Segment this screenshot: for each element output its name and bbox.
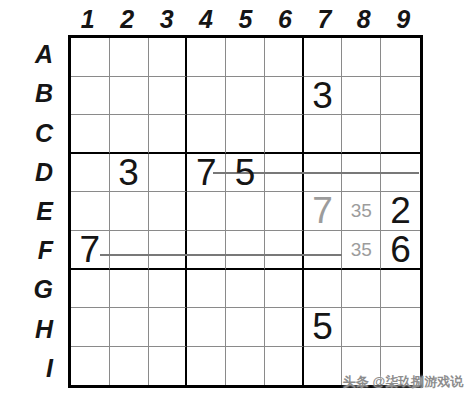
cell-H5	[226, 308, 265, 347]
cell-G5	[226, 270, 265, 309]
row-label-H: H	[18, 310, 60, 349]
given-digit: 2	[390, 192, 411, 229]
row-label-E: E	[18, 192, 60, 231]
cell-D1	[71, 154, 110, 193]
cell-E6	[265, 192, 304, 231]
cell-I3	[149, 347, 188, 386]
cell-C5	[226, 115, 265, 154]
column-label-2: 2	[107, 7, 146, 32]
cell-E4	[187, 192, 226, 231]
row-label-B: B	[18, 74, 60, 113]
cell-B3	[149, 77, 188, 116]
cell-C6	[265, 115, 304, 154]
given-digit: 6	[390, 231, 411, 268]
cell-F8: 35	[342, 231, 381, 270]
pencil-marks: 35	[351, 201, 372, 220]
cell-G8	[342, 270, 381, 309]
cell-H2	[110, 308, 149, 347]
pencil-marks: 35	[351, 240, 372, 259]
cell-B2	[110, 77, 149, 116]
cell-C4	[187, 115, 226, 154]
cell-A6	[265, 38, 304, 77]
row-label-G: G	[18, 270, 60, 309]
cell-E2	[110, 192, 149, 231]
cell-I6	[265, 347, 304, 386]
cell-H8	[342, 308, 381, 347]
cell-B7: 3	[304, 77, 343, 116]
cell-C1	[71, 115, 110, 154]
cell-F4	[187, 231, 226, 270]
column-label-6: 6	[265, 7, 304, 32]
cell-D5: 5	[226, 154, 265, 193]
column-label-1: 1	[68, 7, 107, 32]
cell-B4	[187, 77, 226, 116]
cell-I1	[71, 347, 110, 386]
cell-G9	[381, 270, 420, 309]
cell-B6	[265, 77, 304, 116]
cell-H1	[71, 308, 110, 347]
cell-C2	[110, 115, 149, 154]
given-digit: 3	[312, 77, 333, 114]
cell-G4	[187, 270, 226, 309]
cell-D8	[342, 154, 381, 193]
cell-F6	[265, 231, 304, 270]
cell-B8	[342, 77, 381, 116]
cell-G7	[304, 270, 343, 309]
cell-E3	[149, 192, 188, 231]
cell-B1	[71, 77, 110, 116]
cell-G1	[71, 270, 110, 309]
cell-F5	[226, 231, 265, 270]
row-label-D: D	[18, 153, 60, 192]
cell-H3	[149, 308, 188, 347]
row-label-A: A	[18, 35, 60, 74]
cell-A2	[110, 38, 149, 77]
cell-A8	[342, 38, 381, 77]
sudoku-diagram: 123456789 ABCDEFGHI 3375735273565 头条 @柒玖…	[0, 0, 472, 401]
row-label-I: I	[18, 349, 60, 388]
cell-D2: 3	[110, 154, 149, 193]
cell-D4: 7	[187, 154, 226, 193]
cell-C3	[149, 115, 188, 154]
row-labels: ABCDEFGHI	[18, 35, 60, 388]
given-digit: 5	[235, 154, 256, 191]
cell-B9	[381, 77, 420, 116]
cell-B5	[226, 77, 265, 116]
cell-E1	[71, 192, 110, 231]
cell-D7	[304, 154, 343, 193]
given-digit: 7	[80, 231, 101, 268]
cell-C9	[381, 115, 420, 154]
given-digit: 3	[118, 154, 139, 191]
cell-A4	[187, 38, 226, 77]
cell-A9	[381, 38, 420, 77]
cell-E7: 7	[304, 192, 343, 231]
cell-D6	[265, 154, 304, 193]
cell-I2	[110, 347, 149, 386]
cell-E8: 35	[342, 192, 381, 231]
cell-G6	[265, 270, 304, 309]
cell-I7	[304, 347, 343, 386]
cell-G2	[110, 270, 149, 309]
cell-F9: 6	[381, 231, 420, 270]
cell-I5	[226, 347, 265, 386]
cell-I4	[187, 347, 226, 386]
column-label-4: 4	[186, 7, 225, 32]
cell-D9	[381, 154, 420, 193]
cell-H9	[381, 308, 420, 347]
gray-digit: 7	[312, 192, 333, 229]
column-label-7: 7	[305, 7, 344, 32]
cell-D3	[149, 154, 188, 193]
column-label-3: 3	[147, 7, 186, 32]
cell-C7	[304, 115, 343, 154]
cell-F1: 7	[71, 231, 110, 270]
sudoku-grid: 3375735273565	[68, 35, 423, 388]
column-labels: 123456789	[68, 2, 423, 32]
given-digit: 5	[312, 308, 333, 345]
row-label-C: C	[18, 113, 60, 152]
cell-F7	[304, 231, 343, 270]
cell-G3	[149, 270, 188, 309]
cell-C8	[342, 115, 381, 154]
cell-H4	[187, 308, 226, 347]
cell-A5	[226, 38, 265, 77]
cell-F2	[110, 231, 149, 270]
cell-E5	[226, 192, 265, 231]
column-label-9: 9	[384, 7, 423, 32]
cell-A3	[149, 38, 188, 77]
cell-E9: 2	[381, 192, 420, 231]
cell-A7	[304, 38, 343, 77]
column-label-5: 5	[226, 7, 265, 32]
cell-H7: 5	[304, 308, 343, 347]
given-digit: 7	[196, 154, 217, 191]
cell-H6	[265, 308, 304, 347]
column-label-8: 8	[344, 7, 383, 32]
row-label-F: F	[18, 231, 60, 270]
watermark: 头条 @柒玖捌游戏说	[343, 373, 463, 391]
cell-A1	[71, 38, 110, 77]
cell-F3	[149, 231, 188, 270]
